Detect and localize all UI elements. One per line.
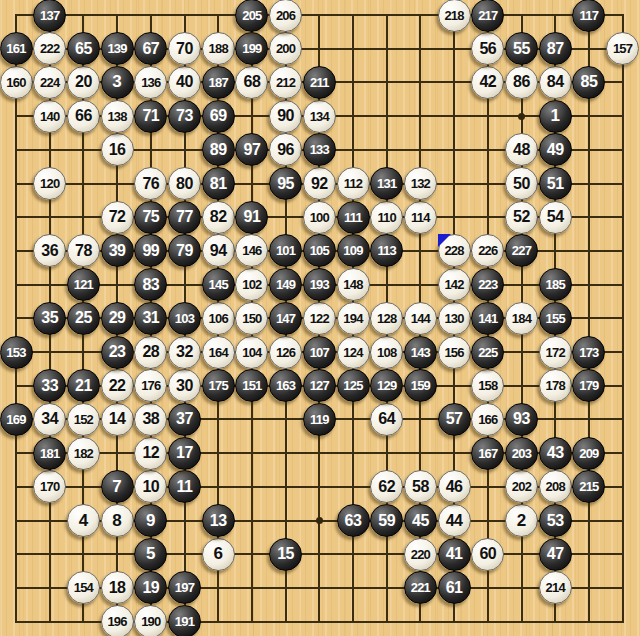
stone-130: 130 <box>438 302 471 335</box>
stone-29: 29 <box>101 302 134 335</box>
stone-194: 194 <box>337 302 370 335</box>
stone-122: 122 <box>303 302 336 335</box>
stone-35: 35 <box>33 302 66 335</box>
stone-59: 59 <box>370 504 403 537</box>
stone-75: 75 <box>134 201 167 234</box>
grid-line-horizontal <box>15 553 624 555</box>
stone-71: 71 <box>134 100 167 133</box>
stone-166: 166 <box>471 403 504 436</box>
stone-52: 52 <box>505 201 538 234</box>
stone-39: 39 <box>101 234 134 267</box>
stone-32: 32 <box>168 336 201 369</box>
stone-91: 91 <box>235 201 268 234</box>
stone-51: 51 <box>539 167 572 200</box>
stone-141: 141 <box>471 302 504 335</box>
stone-134: 134 <box>303 100 336 133</box>
stone-8: 8 <box>101 504 134 537</box>
stone-5: 5 <box>134 538 167 571</box>
stone-140: 140 <box>33 100 66 133</box>
stone-155: 155 <box>539 302 572 335</box>
go-board: 1234567891011121314151617181920212223252… <box>0 0 640 636</box>
stone-87: 87 <box>539 32 572 65</box>
stone-161: 161 <box>0 32 33 65</box>
stone-150: 150 <box>235 302 268 335</box>
stone-191: 191 <box>168 605 201 636</box>
grid-line-vertical <box>622 14 624 623</box>
stone-54: 54 <box>539 201 572 234</box>
stone-41: 41 <box>438 538 471 571</box>
stone-139: 139 <box>101 32 134 65</box>
stone-108: 108 <box>370 336 403 369</box>
stone-225: 225 <box>471 336 504 369</box>
stone-143: 143 <box>404 336 437 369</box>
stone-145: 145 <box>202 268 235 301</box>
stone-110: 110 <box>370 201 403 234</box>
stone-81: 81 <box>202 167 235 200</box>
stone-28: 28 <box>134 336 167 369</box>
stone-49: 49 <box>539 133 572 166</box>
stone-218: 218 <box>438 0 471 32</box>
stone-4: 4 <box>67 504 100 537</box>
stone-82: 82 <box>202 201 235 234</box>
stone-94: 94 <box>202 234 235 267</box>
stone-50: 50 <box>505 167 538 200</box>
stone-46: 46 <box>438 470 471 503</box>
stone-131: 131 <box>370 167 403 200</box>
stone-58: 58 <box>404 470 437 503</box>
stone-109: 109 <box>337 234 370 267</box>
stone-217: 217 <box>471 0 504 32</box>
stone-106: 106 <box>202 302 235 335</box>
stone-1: 1 <box>539 100 572 133</box>
stone-25: 25 <box>67 302 100 335</box>
stone-188: 188 <box>202 32 235 65</box>
stone-7: 7 <box>101 470 134 503</box>
stone-93: 93 <box>505 403 538 436</box>
stone-103: 103 <box>168 302 201 335</box>
grid-line-vertical <box>588 14 590 623</box>
stone-6: 6 <box>202 538 235 571</box>
stone-38: 38 <box>134 403 167 436</box>
stone-31: 31 <box>134 302 167 335</box>
stone-16: 16 <box>101 133 134 166</box>
stone-45: 45 <box>404 504 437 537</box>
stone-2: 2 <box>505 504 538 537</box>
stone-53: 53 <box>539 504 572 537</box>
stone-47: 47 <box>539 538 572 571</box>
stone-34: 34 <box>33 403 66 436</box>
stone-3: 3 <box>101 66 134 99</box>
stone-86: 86 <box>505 66 538 99</box>
stone-70: 70 <box>168 32 201 65</box>
stone-57: 57 <box>438 403 471 436</box>
stone-114: 114 <box>404 201 437 234</box>
stone-30: 30 <box>168 369 201 402</box>
stone-185: 185 <box>539 268 572 301</box>
stone-149: 149 <box>269 268 302 301</box>
stone-105: 105 <box>303 234 336 267</box>
stone-55: 55 <box>505 32 538 65</box>
stone-128: 128 <box>370 302 403 335</box>
stone-17: 17 <box>168 437 201 470</box>
stone-153: 153 <box>0 336 33 369</box>
stone-142: 142 <box>438 268 471 301</box>
stone-112: 112 <box>337 167 370 200</box>
stone-193: 193 <box>303 268 336 301</box>
stone-21: 21 <box>67 369 100 402</box>
stone-178: 178 <box>539 369 572 402</box>
stone-184: 184 <box>505 302 538 335</box>
stone-196: 196 <box>101 605 134 636</box>
stone-208: 208 <box>539 470 572 503</box>
stone-169: 169 <box>0 403 33 436</box>
stone-84: 84 <box>539 66 572 99</box>
stone-147: 147 <box>269 302 302 335</box>
stone-66: 66 <box>67 100 100 133</box>
stone-69: 69 <box>202 100 235 133</box>
stone-119: 119 <box>303 403 336 436</box>
stone-42: 42 <box>471 66 504 99</box>
stone-72: 72 <box>101 201 134 234</box>
stone-14: 14 <box>101 403 134 436</box>
stone-127: 127 <box>303 369 336 402</box>
stone-214: 214 <box>539 571 572 604</box>
stone-121: 121 <box>67 268 100 301</box>
stone-182: 182 <box>67 437 100 470</box>
stone-23: 23 <box>101 336 134 369</box>
stone-209: 209 <box>572 437 605 470</box>
stone-90: 90 <box>269 100 302 133</box>
stone-12: 12 <box>134 437 167 470</box>
stone-138: 138 <box>101 100 134 133</box>
stone-133: 133 <box>303 133 336 166</box>
stone-156: 156 <box>438 336 471 369</box>
stone-22: 22 <box>101 369 134 402</box>
stone-205: 205 <box>235 0 268 32</box>
stone-148: 148 <box>337 268 370 301</box>
stone-224: 224 <box>33 66 66 99</box>
stone-137: 137 <box>33 0 66 32</box>
star-point <box>518 113 525 120</box>
stone-13: 13 <box>202 504 235 537</box>
stone-120: 120 <box>33 167 66 200</box>
stone-20: 20 <box>67 66 100 99</box>
stone-181: 181 <box>33 437 66 470</box>
stone-43: 43 <box>539 437 572 470</box>
stone-132: 132 <box>404 167 437 200</box>
stone-18: 18 <box>101 571 134 604</box>
stone-172: 172 <box>539 336 572 369</box>
stone-64: 64 <box>370 403 403 436</box>
stone-144: 144 <box>404 302 437 335</box>
stone-92: 92 <box>303 167 336 200</box>
stone-40: 40 <box>168 66 201 99</box>
stone-220: 220 <box>404 538 437 571</box>
stone-212: 212 <box>269 66 302 99</box>
stone-203: 203 <box>505 437 538 470</box>
stone-136: 136 <box>134 66 167 99</box>
stone-167: 167 <box>471 437 504 470</box>
stone-173: 173 <box>572 336 605 369</box>
stone-126: 126 <box>269 336 302 369</box>
last-move-marker <box>438 234 451 247</box>
stone-100: 100 <box>303 201 336 234</box>
stone-175: 175 <box>202 369 235 402</box>
stone-65: 65 <box>67 32 100 65</box>
stone-152: 152 <box>67 403 100 436</box>
stone-80: 80 <box>168 167 201 200</box>
stone-111: 111 <box>337 201 370 234</box>
stone-107: 107 <box>303 336 336 369</box>
stone-73: 73 <box>168 100 201 133</box>
stone-77: 77 <box>168 201 201 234</box>
stone-60: 60 <box>471 538 504 571</box>
stone-124: 124 <box>337 336 370 369</box>
stone-164: 164 <box>202 336 235 369</box>
stone-206: 206 <box>269 0 302 32</box>
stone-187: 187 <box>202 66 235 99</box>
stone-44: 44 <box>438 504 471 537</box>
stone-37: 37 <box>168 403 201 436</box>
stone-117: 117 <box>572 0 605 32</box>
stone-211: 211 <box>303 66 336 99</box>
stone-160: 160 <box>0 66 33 99</box>
stone-61: 61 <box>438 571 471 604</box>
stone-89: 89 <box>202 133 235 166</box>
stone-63: 63 <box>337 504 370 537</box>
stone-95: 95 <box>269 167 302 200</box>
stone-159: 159 <box>404 369 437 402</box>
stone-125: 125 <box>337 369 370 402</box>
stone-104: 104 <box>235 336 268 369</box>
stone-190: 190 <box>134 605 167 636</box>
star-point <box>316 517 323 524</box>
stone-15: 15 <box>269 538 302 571</box>
